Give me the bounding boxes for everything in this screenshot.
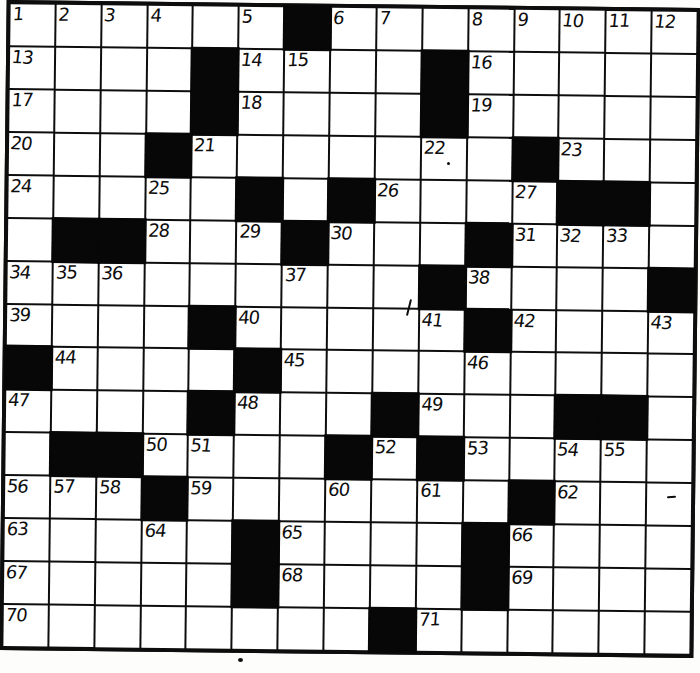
cell-r14c3[interactable] (96, 563, 140, 604)
cell-r11c10-black (418, 438, 462, 479)
cell-r4c15[interactable] (651, 140, 695, 181)
clue-number-44: 44 (54, 348, 77, 369)
cell-r12c2[interactable]: 57 (51, 477, 95, 518)
cell-r12c7[interactable] (280, 479, 324, 520)
clue-number-56: 56 (6, 476, 30, 497)
clue-number-42: 42 (512, 310, 536, 331)
clue-number-47: 47 (7, 391, 30, 412)
cell-r3c4[interactable] (147, 92, 191, 133)
cell-r14c9[interactable] (371, 566, 415, 607)
clue-number-34: 34 (8, 262, 32, 283)
cell-r3c5-black (193, 92, 237, 133)
cell-r13c13[interactable] (555, 526, 599, 567)
cell-r7c10-black (420, 266, 464, 307)
clue-number-10: 10 (561, 10, 585, 32)
cell-r5c11[interactable] (467, 181, 511, 222)
cell-r6c15[interactable] (650, 226, 694, 267)
cell-r15c7[interactable] (279, 608, 323, 649)
clue-number-41: 41 (420, 309, 444, 331)
cell-r6c1[interactable] (8, 219, 52, 260)
cell-r9c12[interactable] (511, 353, 555, 394)
cell-r7c6[interactable] (237, 264, 281, 305)
cell-r10c15[interactable] (648, 398, 692, 439)
cell-r14c7[interactable]: 68 (279, 565, 323, 606)
clue-number-25: 25 (147, 177, 171, 198)
clue-number-70: 70 (4, 605, 27, 626)
cell-r5c7[interactable] (283, 179, 327, 220)
cell-r2c11[interactable]: 16 (468, 52, 512, 93)
cell-r12c5[interactable]: 59 (188, 478, 232, 519)
cell-r1c8[interactable]: 6 (331, 8, 375, 49)
cell-r14c15[interactable] (646, 570, 690, 611)
cell-r14c10[interactable] (417, 567, 461, 608)
cell-r7c3[interactable]: 36 (99, 263, 143, 304)
cell-r15c9-black (370, 609, 414, 650)
cell-r8c1[interactable]: 39 (7, 305, 51, 346)
cell-r7c12[interactable] (512, 267, 556, 308)
cell-r5c5[interactable] (192, 178, 236, 219)
cell-r1c14[interactable]: 11 (606, 11, 650, 52)
cell-r1c13[interactable]: 10 (561, 10, 605, 51)
cell-r6c5[interactable] (191, 221, 235, 262)
cell-r11c8-black (326, 437, 370, 478)
cell-r14c6-black (233, 565, 277, 606)
cell-r15c3[interactable] (95, 606, 139, 647)
cell-r4c11[interactable] (467, 138, 511, 179)
cell-r7c4[interactable] (145, 263, 189, 304)
clue-number-43: 43 (649, 312, 673, 334)
cell-r11c7[interactable] (280, 437, 324, 478)
cell-r5c4[interactable]: 25 (146, 177, 190, 218)
cell-r3c3[interactable] (101, 91, 145, 132)
cell-r10c2[interactable] (52, 391, 96, 432)
cell-r1c1[interactable]: 1 (10, 4, 54, 45)
cell-r1c4[interactable]: 4 (148, 6, 192, 47)
cell-r13c1[interactable]: 63 (4, 519, 48, 560)
clue-number-67: 67 (4, 562, 28, 584)
cell-r8c9[interactable] (374, 309, 418, 350)
clue-number-51: 51 (189, 436, 213, 457)
cell-r14c8[interactable] (325, 566, 369, 607)
cell-r9c6-black (236, 350, 280, 391)
clue-number-14: 14 (240, 50, 264, 71)
cell-r7c1[interactable]: 34 (7, 262, 51, 303)
cell-r1c6[interactable]: 5 (240, 7, 284, 48)
cell-r10c9-black (373, 395, 417, 436)
cell-r5c13-black (559, 182, 603, 223)
cell-r8c4[interactable] (144, 306, 188, 347)
cell-r7c9[interactable] (374, 266, 418, 307)
cell-r6c11-black (466, 224, 510, 265)
cell-r10c5-black (189, 393, 233, 434)
cell-r14c11-black (462, 567, 506, 608)
clue-number-63: 63 (6, 519, 29, 540)
cell-r5c9[interactable]: 26 (375, 180, 419, 221)
cell-r6c14[interactable]: 33 (604, 226, 648, 267)
clue-number-18: 18 (240, 92, 263, 113)
cell-r13c8[interactable] (325, 523, 369, 564)
cell-r10c3[interactable] (98, 392, 142, 433)
cell-r10c14-black (602, 397, 646, 438)
cell-r12c3[interactable]: 58 (97, 477, 141, 518)
cell-r12c4-black (142, 478, 186, 519)
cell-r11c11[interactable]: 53 (464, 439, 508, 480)
cell-r4c4-black (146, 134, 190, 175)
cell-r15c5[interactable] (187, 607, 231, 648)
cell-r3c8[interactable] (330, 94, 374, 135)
cell-r4c13[interactable]: 23 (559, 139, 603, 180)
clue-number-24: 24 (9, 176, 32, 197)
cell-r9c11[interactable]: 46 (465, 353, 509, 394)
crossword-puzzle-scan: 1234567891011121314151617181920212223242… (0, 0, 700, 673)
clue-number-1: 1 (12, 4, 24, 25)
cell-r12c12-black (509, 482, 553, 523)
cell-r11c9[interactable]: 52 (372, 438, 416, 479)
clue-number-36: 36 (100, 263, 123, 284)
cell-r14c5[interactable] (187, 564, 231, 605)
cell-r7c13[interactable] (558, 268, 602, 309)
cell-r9c9[interactable] (373, 352, 417, 393)
cell-r8c6[interactable]: 40 (236, 307, 280, 348)
cell-r11c14[interactable]: 55 (602, 440, 646, 481)
clue-number-12: 12 (653, 11, 677, 32)
cell-r12c13[interactable]: 62 (555, 483, 599, 524)
clue-number-9: 9 (516, 10, 529, 31)
cell-r7c2[interactable]: 35 (53, 262, 97, 303)
cell-r8c12[interactable]: 42 (511, 310, 555, 351)
cell-r2c10-black (422, 52, 466, 93)
cell-r6c2-black (54, 219, 98, 260)
cell-r8c14[interactable] (603, 311, 647, 352)
cell-r3c2[interactable] (55, 91, 99, 132)
cell-r6c9[interactable] (375, 223, 419, 264)
cell-r6c6[interactable]: 29 (237, 221, 281, 262)
cell-r4c10[interactable]: 22 (422, 138, 466, 179)
cell-r14c1[interactable]: 67 (4, 562, 48, 603)
clue-number-7: 7 (379, 8, 392, 29)
cell-r5c12[interactable]: 27 (513, 182, 557, 223)
clue-number-4: 4 (149, 6, 162, 27)
cell-r15c1[interactable]: 70 (3, 605, 47, 646)
clue-number-55: 55 (603, 440, 626, 461)
ink-speck (447, 162, 450, 165)
cell-r8c8[interactable] (328, 308, 372, 349)
cell-r15c6[interactable] (233, 608, 277, 649)
clue-number-38: 38 (467, 267, 491, 288)
cell-r13c4[interactable]: 64 (142, 521, 186, 562)
cell-r13c11-black (463, 524, 507, 565)
cell-r15c12[interactable] (508, 611, 552, 652)
cell-r8c13[interactable] (557, 311, 601, 352)
clue-number-23: 23 (560, 139, 584, 160)
cell-r1c9[interactable]: 7 (377, 8, 421, 49)
cell-r3c9[interactable] (376, 94, 420, 135)
cell-r2c15[interactable] (652, 54, 696, 95)
cell-r9c2[interactable]: 44 (52, 348, 96, 389)
clue-number-62: 62 (556, 483, 579, 504)
cell-r15c14[interactable] (600, 612, 644, 653)
cell-r4c14[interactable] (605, 140, 649, 181)
cell-r9c10[interactable] (419, 352, 463, 393)
clue-number-21: 21 (193, 135, 216, 156)
cell-r3c7[interactable] (284, 93, 328, 134)
crossword-grid: 1234567891011121314151617181920212223242… (0, 0, 700, 658)
clue-number-22: 22 (423, 138, 446, 159)
cell-r2c1[interactable]: 13 (10, 47, 54, 88)
clue-number-40: 40 (238, 307, 261, 328)
cell-r14c14[interactable] (600, 569, 644, 610)
cell-r11c4[interactable]: 50 (143, 435, 187, 476)
cell-r10c1[interactable]: 47 (6, 390, 50, 431)
cell-r3c1[interactable]: 17 (9, 90, 53, 131)
cell-r12c10[interactable]: 61 (418, 481, 462, 522)
clue-number-11: 11 (608, 11, 631, 32)
cell-r2c7[interactable]: 15 (285, 50, 329, 91)
cell-r10c10[interactable]: 49 (419, 395, 463, 436)
cell-r11c15[interactable] (647, 441, 691, 482)
cell-r13c2[interactable] (50, 520, 94, 561)
cell-r4c1[interactable]: 20 (9, 133, 53, 174)
cell-r10c11[interactable] (464, 396, 508, 437)
clue-number-52: 52 (374, 437, 397, 458)
clue-number-58: 58 (98, 477, 121, 498)
ink-speck (238, 658, 243, 662)
cell-r12c11[interactable] (463, 482, 507, 523)
cell-r13c3[interactable] (96, 520, 140, 561)
cell-r12c1[interactable]: 56 (5, 476, 49, 517)
cell-r3c13[interactable] (560, 96, 604, 137)
cell-r7c8[interactable] (328, 265, 372, 306)
clue-number-5: 5 (241, 7, 253, 28)
clue-number-26: 26 (376, 180, 400, 201)
clue-number-59: 59 (190, 478, 213, 499)
cell-r2c14[interactable] (606, 54, 650, 95)
cell-r11c3-black (97, 434, 141, 475)
clue-number-49: 49 (420, 395, 443, 416)
clue-number-31: 31 (513, 225, 536, 246)
cell-r12c14[interactable] (601, 483, 645, 524)
cell-r15c13[interactable] (554, 611, 598, 652)
cell-r7c5[interactable] (191, 264, 235, 305)
cell-r8c10[interactable]: 41 (420, 309, 464, 350)
cell-r10c13-black (556, 397, 600, 438)
cell-r2c4[interactable] (147, 49, 191, 90)
cell-r14c13[interactable] (554, 568, 598, 609)
clue-number-19: 19 (469, 95, 492, 116)
clue-number-35: 35 (55, 262, 78, 283)
cell-r8c11-black (465, 310, 509, 351)
clue-number-45: 45 (283, 351, 306, 372)
cell-r10c12[interactable] (510, 396, 554, 437)
clue-number-15: 15 (287, 50, 310, 71)
clue-number-16: 16 (469, 52, 493, 73)
clue-number-53: 53 (466, 438, 489, 459)
cell-r5c2[interactable] (54, 176, 98, 217)
clue-number-65: 65 (280, 522, 304, 543)
cell-r5c6-black (238, 178, 282, 219)
cell-r1c7-black (285, 7, 329, 48)
cell-r8c5-black (190, 307, 234, 348)
cell-r8c15[interactable]: 43 (649, 312, 693, 353)
clue-number-32: 32 (558, 225, 582, 247)
cell-r15c4[interactable] (141, 607, 185, 648)
cell-r1c15[interactable]: 12 (652, 11, 696, 52)
cell-r6c4[interactable]: 28 (145, 220, 189, 261)
cell-r15c11[interactable] (462, 610, 506, 651)
cell-r4c6[interactable] (238, 136, 282, 177)
clue-number-71: 71 (418, 609, 441, 630)
cell-r3c10-black (422, 95, 466, 136)
cell-r1c5[interactable] (194, 6, 238, 47)
cell-r11c2-black (51, 434, 95, 475)
cell-r12c6[interactable] (234, 479, 278, 520)
cell-r14c2[interactable] (50, 563, 94, 604)
cell-r13c10[interactable] (417, 524, 461, 565)
clue-number-46: 46 (465, 353, 489, 375)
cell-r13c12[interactable]: 66 (509, 525, 553, 566)
cell-r9c1-black (6, 348, 50, 389)
clue-number-66: 66 (510, 525, 534, 546)
cell-r1c3[interactable]: 3 (102, 5, 146, 46)
cell-r3c14[interactable] (605, 97, 649, 138)
cell-r6c12[interactable]: 31 (512, 224, 556, 265)
cell-r13c6-black (234, 522, 278, 563)
cell-r5c15[interactable] (650, 183, 694, 224)
cell-r2c13[interactable] (560, 53, 604, 94)
cell-r9c3[interactable] (98, 349, 142, 390)
cell-r7c7[interactable]: 37 (282, 265, 326, 306)
cell-r5c8-black (329, 179, 373, 220)
cell-r7c11[interactable]: 38 (466, 267, 510, 308)
cell-r4c12-black (513, 139, 557, 180)
cell-r8c7[interactable] (282, 308, 326, 349)
cell-r15c10[interactable]: 71 (416, 610, 460, 651)
clue-number-33: 33 (605, 225, 628, 246)
cell-r2c3[interactable] (101, 48, 145, 89)
cell-r3c15[interactable] (651, 97, 695, 138)
cell-r9c13[interactable] (557, 354, 601, 395)
clue-number-60: 60 (327, 480, 350, 501)
cell-r2c12[interactable] (514, 53, 558, 94)
cell-r1c2[interactable]: 2 (56, 5, 100, 46)
clue-number-57: 57 (52, 476, 75, 497)
cell-r7c15-black (649, 269, 693, 310)
clue-number-8: 8 (471, 9, 483, 30)
cell-r15c8[interactable] (324, 609, 368, 650)
cell-r2c9[interactable] (377, 51, 421, 92)
cell-r8c2[interactable] (53, 305, 97, 346)
cell-r9c14[interactable] (603, 354, 647, 395)
cell-r3c6[interactable]: 18 (239, 93, 283, 134)
cell-r2c6[interactable]: 14 (239, 50, 283, 91)
clue-number-69: 69 (510, 568, 533, 589)
clue-number-13: 13 (10, 47, 34, 68)
cell-r9c5[interactable] (190, 350, 234, 391)
clue-number-54: 54 (556, 440, 580, 462)
clue-number-29: 29 (239, 221, 262, 242)
clue-number-20: 20 (9, 133, 33, 155)
cell-r10c6[interactable]: 48 (235, 393, 279, 434)
clue-number-68: 68 (280, 565, 303, 586)
cell-r3c11[interactable]: 19 (468, 95, 512, 136)
cell-r15c2[interactable] (49, 606, 93, 647)
clue-number-17: 17 (11, 90, 34, 111)
clue-number-27: 27 (513, 182, 537, 204)
clue-number-3: 3 (102, 5, 116, 26)
cell-r5c10[interactable] (421, 181, 465, 222)
cell-r6c10[interactable] (421, 223, 465, 264)
cell-r4c2[interactable] (55, 133, 99, 174)
cell-r9c8[interactable] (327, 351, 371, 392)
cell-r14c12[interactable]: 69 (508, 568, 552, 609)
cell-r9c4[interactable] (144, 349, 188, 390)
cell-r4c3[interactable] (100, 134, 144, 175)
cell-r8c3[interactable] (99, 306, 143, 347)
cell-r10c4[interactable] (143, 392, 187, 433)
cell-r15c15[interactable] (645, 612, 689, 653)
cell-r14c4[interactable] (141, 564, 185, 605)
cell-r13c9[interactable] (371, 523, 415, 564)
cell-r2c8[interactable] (331, 51, 375, 92)
cell-r1c12[interactable]: 9 (515, 10, 559, 51)
cell-r11c13[interactable]: 54 (556, 440, 600, 481)
cell-r2c5-black (193, 49, 237, 90)
clue-number-30: 30 (329, 222, 353, 244)
cell-r1c10[interactable] (423, 9, 467, 50)
cell-r12c8[interactable]: 60 (326, 480, 370, 521)
cell-r5c1[interactable]: 24 (8, 176, 52, 217)
cell-r5c3[interactable] (100, 177, 144, 218)
cell-r7c14[interactable] (604, 268, 648, 309)
cell-r13c15[interactable] (646, 527, 690, 568)
clue-number-48: 48 (236, 393, 259, 414)
cell-r4c7[interactable] (284, 136, 328, 177)
clue-number-28: 28 (147, 220, 170, 241)
cell-r10c8[interactable] (327, 394, 371, 435)
cell-r9c15[interactable] (648, 355, 692, 396)
clue-number-39: 39 (8, 305, 31, 326)
cell-r5c14-black (604, 183, 648, 224)
cell-r13c7[interactable]: 65 (280, 522, 324, 563)
cell-r11c6[interactable] (235, 436, 279, 477)
cell-r11c5[interactable]: 51 (189, 436, 233, 477)
cell-r11c1[interactable] (5, 433, 49, 474)
cell-r6c3-black (99, 220, 143, 261)
cell-r9c7[interactable]: 45 (281, 351, 325, 392)
cell-r13c14[interactable] (601, 526, 645, 567)
cell-r13c5[interactable] (188, 521, 232, 562)
clue-number-61: 61 (419, 481, 442, 502)
cell-r3c12[interactable] (514, 96, 558, 137)
cell-r4c5[interactable]: 21 (192, 135, 236, 176)
cell-r6c7-black (283, 222, 327, 263)
cell-r12c15[interactable] (647, 484, 691, 525)
cell-r2c2[interactable] (56, 48, 100, 89)
cell-r6c8[interactable]: 30 (329, 222, 373, 263)
cell-r1c11[interactable]: 8 (469, 9, 513, 50)
cell-r4c8[interactable] (330, 137, 374, 178)
cell-r12c9[interactable] (372, 481, 416, 522)
cell-r4c9[interactable] (376, 137, 420, 178)
cell-r11c12[interactable] (510, 439, 554, 480)
cell-r6c13[interactable]: 32 (558, 225, 602, 266)
clue-number-6: 6 (332, 8, 346, 29)
clue-number-64: 64 (143, 521, 166, 542)
clue-number-50: 50 (144, 435, 167, 456)
clue-number-2: 2 (57, 5, 70, 26)
clue-number-37: 37 (284, 264, 307, 285)
cell-r10c7[interactable] (281, 394, 325, 435)
